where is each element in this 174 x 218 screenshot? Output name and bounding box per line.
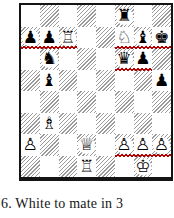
square-e2 <box>96 134 115 156</box>
square-g4 <box>134 91 153 113</box>
square-a2: ♙ <box>21 134 40 156</box>
square-d1: ♖ <box>77 156 96 178</box>
square-h6 <box>152 48 171 70</box>
square-f7: ♘ <box>115 27 134 49</box>
white-pawn-icon: ♙ <box>115 134 134 156</box>
square-g2: ♙ <box>134 134 153 156</box>
square-g5 <box>134 70 153 92</box>
square-e5 <box>96 70 115 92</box>
square-b8 <box>40 5 59 27</box>
square-e1 <box>96 156 115 178</box>
white-queen-icon: ♕ <box>77 134 96 156</box>
square-d4 <box>77 91 96 113</box>
square-d8 <box>77 5 96 27</box>
square-e4 <box>96 91 115 113</box>
square-h7: ♚ <box>152 27 171 49</box>
square-b4 <box>40 91 59 113</box>
square-d2: ♕ <box>77 134 96 156</box>
square-a4 <box>21 91 40 113</box>
square-e6 <box>96 48 115 70</box>
black-king-icon: ♚ <box>152 27 171 49</box>
black-pawn-icon: ♟ <box>21 27 40 49</box>
black-rook-icon: ♜ <box>115 5 134 27</box>
white-pawn-icon: ♙ <box>152 134 171 156</box>
white-rook-icon: ♖ <box>59 27 78 49</box>
square-d6 <box>77 48 96 70</box>
square-d7 <box>77 27 96 49</box>
square-b5: ♝ <box>40 70 59 92</box>
square-a1 <box>21 156 40 178</box>
square-b6: ♞ <box>40 48 59 70</box>
white-pawn-icon: ♙ <box>134 134 153 156</box>
square-c7: ♖ <box>59 27 78 49</box>
puzzle-caption: 6. White to mate in 3 <box>1 196 123 212</box>
black-bishop-icon: ♝ <box>134 27 153 49</box>
square-g7: ♝ <box>134 27 153 49</box>
square-e7 <box>96 27 115 49</box>
square-b1 <box>40 156 59 178</box>
square-c3 <box>59 113 78 135</box>
black-queen-icon: ♛ <box>115 48 134 70</box>
square-f4 <box>115 91 134 113</box>
white-rook-icon: ♖ <box>77 156 96 178</box>
square-g8 <box>134 5 153 27</box>
square-h1 <box>152 156 171 178</box>
square-a7: ♟ <box>21 27 40 49</box>
square-c6 <box>59 48 78 70</box>
white-pawn-icon: ♙ <box>21 134 40 156</box>
square-a6 <box>21 48 40 70</box>
white-king-icon: ♔ <box>134 156 153 178</box>
square-a5 <box>21 70 40 92</box>
black-pawn-icon: ♟ <box>152 70 171 92</box>
square-e8 <box>96 5 115 27</box>
square-c1 <box>59 156 78 178</box>
square-h3 <box>152 113 171 135</box>
page: ♜♟♟♖♘♝♚♞♛♟♝♟♗♙♕♙♙♙♖♔ 6. White to mate in… <box>0 0 174 218</box>
square-f2: ♙ <box>115 134 134 156</box>
square-f5 <box>115 70 134 92</box>
square-e3 <box>96 113 115 135</box>
square-f8: ♜ <box>115 5 134 27</box>
black-pawn-icon: ♟ <box>40 27 59 49</box>
square-a3 <box>21 113 40 135</box>
square-b7: ♟ <box>40 27 59 49</box>
square-c4 <box>59 91 78 113</box>
square-c5 <box>59 70 78 92</box>
square-d3 <box>77 113 96 135</box>
square-b3: ♗ <box>40 113 59 135</box>
black-knight-icon: ♞ <box>40 48 59 70</box>
square-f1 <box>115 156 134 178</box>
square-d5 <box>77 70 96 92</box>
square-g6: ♟ <box>134 48 153 70</box>
square-c2 <box>59 134 78 156</box>
square-h2: ♙ <box>152 134 171 156</box>
chess-board: ♜♟♟♖♘♝♚♞♛♟♝♟♗♙♕♙♙♙♖♔ <box>19 3 173 181</box>
black-bishop-icon: ♝ <box>40 70 59 92</box>
square-f3 <box>115 113 134 135</box>
square-g3 <box>134 113 153 135</box>
white-knight-icon: ♘ <box>115 27 134 49</box>
square-g1: ♔ <box>134 156 153 178</box>
black-pawn-icon: ♟ <box>134 48 153 70</box>
square-a8 <box>21 5 40 27</box>
square-h8 <box>152 5 171 27</box>
square-c8 <box>59 5 78 27</box>
square-h4 <box>152 91 171 113</box>
white-bishop-icon: ♗ <box>40 113 59 135</box>
square-b2 <box>40 134 59 156</box>
chess-board-frame: ♜♟♟♖♘♝♚♞♛♟♝♟♗♙♕♙♙♙♖♔ <box>19 3 173 181</box>
square-h5: ♟ <box>152 70 171 92</box>
square-f6: ♛ <box>115 48 134 70</box>
